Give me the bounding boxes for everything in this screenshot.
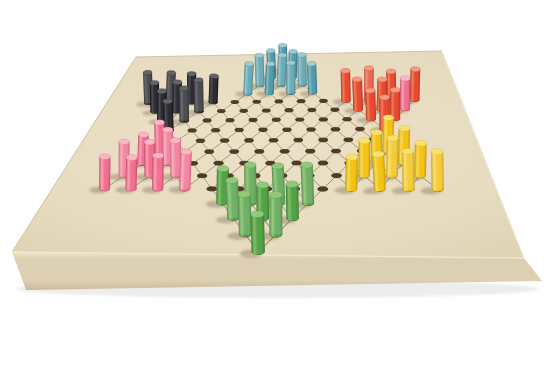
product-photo-scene — [0, 0, 550, 367]
hole-r9c6[interactable] — [305, 149, 315, 154]
peg-cap — [157, 89, 166, 94]
peg-cap — [152, 153, 163, 159]
peg-fade — [170, 140, 182, 175]
hole-r7c6[interactable] — [306, 127, 315, 132]
peg-cap — [180, 149, 192, 155]
peg-fade — [194, 80, 204, 111]
peg-cap — [173, 80, 182, 85]
peg-cap — [359, 138, 371, 144]
peg-cap — [162, 127, 173, 133]
hole-r7c8[interactable] — [355, 127, 365, 132]
hole-r4c4[interactable] — [231, 100, 240, 104]
peg-cap — [383, 115, 394, 121]
peg-cap — [386, 69, 396, 74]
peg-fade — [431, 152, 444, 190]
hole-r9c5[interactable] — [280, 149, 290, 154]
peg-cap — [410, 67, 420, 72]
peg-cap — [286, 181, 299, 188]
peg-body — [400, 78, 410, 109]
hole-r4c5[interactable] — [252, 100, 261, 104]
peg-cap — [209, 74, 218, 79]
peg-cap — [238, 191, 251, 198]
peg-cap — [179, 86, 189, 91]
hole-r5c5[interactable] — [262, 108, 271, 112]
hole-r6c6[interactable] — [295, 117, 304, 121]
hole-r8c3[interactable] — [244, 138, 254, 143]
peg-cap — [163, 99, 173, 104]
peg-cap — [119, 139, 130, 145]
peg-cap — [300, 162, 312, 169]
hole-r10c3[interactable] — [214, 161, 224, 166]
hole-r12c4[interactable] — [206, 186, 217, 191]
peg-cap — [278, 43, 287, 48]
peg-fade — [277, 55, 287, 85]
hole-r8c6[interactable] — [318, 138, 328, 143]
peg-body — [414, 143, 426, 175]
hole-r9c3[interactable] — [229, 149, 239, 154]
peg-base — [400, 107, 410, 111]
peg-cap — [415, 140, 427, 146]
peg-cap — [387, 135, 399, 141]
hole-r5c3[interactable] — [217, 109, 226, 113]
peg-cap — [307, 61, 316, 66]
peg-cap — [346, 154, 358, 160]
hole-r5c8[interactable] — [330, 108, 339, 112]
peg-body — [152, 156, 164, 189]
hole-r9c4[interactable] — [254, 149, 264, 154]
peg-body — [307, 64, 317, 93]
peg-cap — [143, 70, 152, 75]
hole-r6c8[interactable] — [342, 117, 351, 122]
peg-body — [251, 214, 265, 252]
peg-fade — [286, 63, 295, 93]
hole-r11c3[interactable] — [197, 173, 207, 178]
peg-fade — [402, 151, 415, 189]
peg-cap — [167, 70, 176, 75]
peg-fade — [179, 152, 192, 189]
hole-r5c6[interactable] — [285, 108, 294, 112]
peg-cap — [269, 192, 282, 199]
peg-cap — [170, 138, 181, 144]
hole-r7c3[interactable] — [235, 128, 244, 133]
hole-r5c4[interactable] — [239, 109, 248, 113]
peg-body — [265, 64, 275, 94]
hole-r8c5[interactable] — [293, 138, 303, 143]
hole-r5c7[interactable] — [307, 108, 316, 112]
hole-r7c2[interactable] — [211, 128, 220, 132]
peg-cap — [251, 210, 264, 217]
peg-cap — [194, 78, 203, 83]
peg-body — [286, 184, 299, 218]
peg-cap — [244, 162, 256, 168]
hole-r4c7[interactable] — [297, 99, 306, 103]
hole-r12c8[interactable] — [317, 186, 328, 191]
hole-r6c4[interactable] — [249, 118, 258, 122]
peg-cap — [126, 154, 137, 160]
peg-cap — [286, 60, 295, 65]
hole-r11c8[interactable] — [331, 173, 342, 178]
peg-cap — [226, 177, 239, 184]
hole-r7c4[interactable] — [258, 128, 267, 133]
hole-r10c6[interactable] — [291, 161, 301, 166]
peg-cap — [217, 165, 229, 171]
peg-cap — [297, 52, 306, 57]
peg-fade — [226, 180, 240, 218]
peg-cap — [144, 139, 155, 145]
peg-cap — [377, 77, 387, 82]
peg-cap — [379, 95, 389, 100]
peg-body — [365, 90, 376, 119]
peg-cap — [278, 53, 287, 58]
hole-r6c7[interactable] — [319, 117, 328, 121]
peg-body — [390, 90, 400, 119]
peg-fade — [301, 165, 315, 204]
hole-r7c5[interactable] — [282, 127, 291, 132]
hole-r7c7[interactable] — [331, 127, 341, 132]
peg-body — [358, 141, 370, 176]
peg-cap — [431, 148, 443, 155]
peg-cap — [371, 129, 382, 135]
peg-cap — [150, 80, 159, 85]
peg-cap — [399, 125, 411, 131]
hole-r9c2[interactable] — [204, 149, 214, 154]
peg-cap — [245, 61, 254, 66]
peg-fade — [297, 55, 306, 85]
hole-r10c7[interactable] — [318, 160, 328, 165]
peg-cap — [256, 182, 268, 189]
peg-cap — [187, 71, 196, 76]
chinese-checkers-board — [0, 0, 550, 367]
peg-cap — [138, 132, 149, 138]
peg-body — [341, 71, 351, 101]
peg-fade — [269, 195, 282, 235]
peg-body — [99, 157, 110, 189]
hole-r8c4[interactable] — [269, 138, 279, 143]
peg-cap — [266, 48, 275, 53]
peg-body — [209, 76, 219, 102]
peg-cap — [364, 66, 374, 71]
hole-r4c8[interactable] — [319, 99, 328, 103]
peg-body — [125, 157, 137, 189]
hole-r8c7[interactable] — [343, 137, 353, 142]
peg-cap — [255, 53, 264, 58]
hole-r4c6[interactable] — [275, 99, 284, 103]
peg-body — [345, 157, 358, 189]
peg-body — [372, 154, 386, 190]
peg-body — [352, 79, 363, 109]
hole-r7c1[interactable] — [188, 128, 197, 132]
peg-cap — [99, 154, 110, 160]
peg-body — [410, 69, 421, 100]
peg-cap — [341, 68, 351, 73]
peg-fade — [238, 194, 252, 235]
hole-r6c2[interactable] — [203, 118, 212, 122]
peg-cap — [289, 49, 298, 54]
peg-cap — [352, 77, 362, 82]
peg-cap — [365, 88, 375, 94]
peg-cap — [390, 87, 400, 92]
peg-fade — [386, 138, 398, 176]
peg-cap — [402, 148, 414, 155]
peg-cap — [154, 120, 164, 126]
peg-cap — [400, 76, 410, 81]
hole-r6c5[interactable] — [272, 118, 281, 122]
peg-cap — [266, 61, 275, 66]
hole-r9c7[interactable] — [331, 149, 341, 154]
peg-fade — [243, 64, 253, 94]
hole-r8c1[interactable] — [196, 138, 205, 143]
hole-r8c2[interactable] — [220, 138, 229, 143]
peg-fade — [255, 55, 265, 85]
hole-r6c3[interactable] — [226, 118, 235, 122]
peg-fade — [179, 88, 189, 120]
